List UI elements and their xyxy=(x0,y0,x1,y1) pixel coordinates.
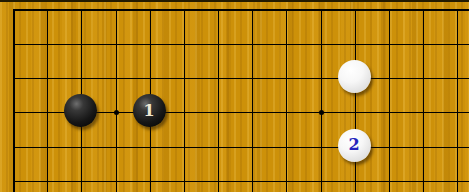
grid-vline xyxy=(286,9,287,192)
star-point-D16 xyxy=(114,110,119,115)
grid-vline xyxy=(47,9,48,192)
grid-hline xyxy=(13,78,469,79)
grid-hline xyxy=(13,9,469,11)
grid-vline xyxy=(218,9,219,192)
grid-hline xyxy=(13,44,469,45)
star-point-K16 xyxy=(319,110,324,115)
move-number-label: 2 xyxy=(349,137,360,153)
grid-vline xyxy=(355,9,356,192)
go-stone-white-L15[interactable]: 2 xyxy=(338,129,371,162)
grid-vline xyxy=(423,9,424,192)
go-stone-black-E16[interactable]: 1 xyxy=(133,94,166,127)
grid-vline xyxy=(252,9,253,192)
grid-vline xyxy=(116,9,117,192)
move-number-label: 1 xyxy=(144,103,155,119)
grid-vline xyxy=(321,9,322,192)
board-top-border xyxy=(0,0,469,2)
grid-hline xyxy=(13,147,469,148)
grid-hline xyxy=(13,181,469,182)
go-board[interactable]: 12 xyxy=(0,0,469,192)
go-stone-white-L17[interactable] xyxy=(338,60,371,93)
grid-vline xyxy=(13,9,15,192)
go-stone-black-C16[interactable] xyxy=(64,94,97,127)
grid-vline xyxy=(184,9,185,192)
grid-vline xyxy=(457,9,458,192)
grid-vline xyxy=(389,9,390,192)
